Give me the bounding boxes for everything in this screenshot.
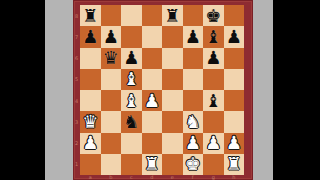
square-b8[interactable]: [101, 5, 122, 26]
piece-white-rook: ♜: [226, 155, 242, 173]
square-a6[interactable]: [80, 48, 101, 69]
square-f4[interactable]: [183, 90, 204, 111]
square-d2[interactable]: [142, 133, 163, 154]
square-g8[interactable]: ♚: [203, 5, 224, 26]
square-g3[interactable]: [203, 111, 224, 132]
piece-white-pawn: ♟: [226, 134, 242, 152]
square-e7[interactable]: [162, 26, 183, 47]
square-b7[interactable]: ♟: [101, 26, 122, 47]
square-d5[interactable]: [142, 69, 163, 90]
square-d7[interactable]: [142, 26, 163, 47]
piece-white-knight: ♞: [185, 112, 201, 130]
square-a7[interactable]: ♟: [80, 26, 101, 47]
piece-black-pawn: ♟: [185, 27, 201, 45]
rank-label-7: 7: [73, 26, 80, 47]
square-a4[interactable]: [80, 90, 101, 111]
square-g1[interactable]: [203, 154, 224, 175]
square-d4[interactable]: ♟: [142, 90, 163, 111]
rank-label-6: 6: [73, 48, 80, 69]
piece-black-pawn: ♟: [123, 49, 139, 67]
piece-white-bishop: ♝: [123, 91, 139, 109]
piece-white-pawn: ♟: [144, 91, 160, 109]
square-h6[interactable]: [224, 48, 245, 69]
square-a3[interactable]: ♛: [80, 111, 101, 132]
square-b1[interactable]: [101, 154, 122, 175]
piece-white-rook: ♜: [144, 155, 160, 173]
piece-black-bishop: ♝: [205, 27, 221, 45]
square-a8[interactable]: ♜: [80, 5, 101, 26]
square-c2[interactable]: [121, 133, 142, 154]
board-frame: 87654321 ♜♜♚♟♟♟♝♟♛♟♟♝♝♟♝♛♞♞♟♟♟♟♜♚♜ abcde…: [73, 0, 253, 180]
file-label-g: g: [203, 175, 224, 180]
square-c6[interactable]: ♟: [121, 48, 142, 69]
square-b6[interactable]: ♛: [101, 48, 122, 69]
square-b4[interactable]: [101, 90, 122, 111]
square-c3[interactable]: ♞: [121, 111, 142, 132]
square-g5[interactable]: [203, 69, 224, 90]
letterbox-right: [273, 0, 320, 180]
square-f1[interactable]: ♚: [183, 154, 204, 175]
square-f7[interactable]: ♟: [183, 26, 204, 47]
square-h5[interactable]: [224, 69, 245, 90]
square-e1[interactable]: [162, 154, 183, 175]
piece-black-pawn: ♟: [226, 27, 242, 45]
piece-black-king: ♚: [205, 6, 221, 24]
piece-black-pawn: ♟: [205, 49, 221, 67]
piece-black-pawn: ♟: [103, 27, 119, 45]
rank-label-4: 4: [73, 90, 80, 111]
file-label-b: b: [101, 175, 122, 180]
square-e8[interactable]: ♜: [162, 5, 183, 26]
square-h1[interactable]: ♜: [224, 154, 245, 175]
square-e2[interactable]: [162, 133, 183, 154]
file-label-h: h: [224, 175, 245, 180]
square-d1[interactable]: ♜: [142, 154, 163, 175]
square-g6[interactable]: ♟: [203, 48, 224, 69]
square-d3[interactable]: [142, 111, 163, 132]
square-e4[interactable]: [162, 90, 183, 111]
piece-white-queen: ♛: [82, 112, 98, 130]
file-label-c: c: [121, 175, 142, 180]
square-h7[interactable]: ♟: [224, 26, 245, 47]
piece-white-bishop: ♝: [123, 70, 139, 88]
square-h4[interactable]: [224, 90, 245, 111]
file-label-f: f: [183, 175, 204, 180]
square-g7[interactable]: ♝: [203, 26, 224, 47]
piece-white-pawn: ♟: [185, 134, 201, 152]
square-h2[interactable]: ♟: [224, 133, 245, 154]
square-b5[interactable]: [101, 69, 122, 90]
square-g2[interactable]: ♟: [203, 133, 224, 154]
square-e3[interactable]: [162, 111, 183, 132]
piece-black-queen: ♛: [103, 49, 119, 67]
piece-black-bishop: ♝: [205, 91, 221, 109]
piece-black-rook: ♜: [164, 6, 180, 24]
square-h3[interactable]: [224, 111, 245, 132]
square-e6[interactable]: [162, 48, 183, 69]
square-b3[interactable]: [101, 111, 122, 132]
rank-label-5: 5: [73, 69, 80, 90]
square-f2[interactable]: ♟: [183, 133, 204, 154]
square-h8[interactable]: [224, 5, 245, 26]
square-c1[interactable]: [121, 154, 142, 175]
piece-black-knight: ♞: [123, 112, 139, 130]
square-a2[interactable]: ♟: [80, 133, 101, 154]
rank-labels: 87654321: [73, 5, 80, 175]
square-e5[interactable]: [162, 69, 183, 90]
rank-label-2: 2: [73, 133, 80, 154]
rank-label-3: 3: [73, 111, 80, 132]
square-c7[interactable]: [121, 26, 142, 47]
square-c5[interactable]: ♝: [121, 69, 142, 90]
video-frame: 87654321 ♜♜♚♟♟♟♝♟♛♟♟♝♝♟♝♛♞♞♟♟♟♟♜♚♜ abcde…: [0, 0, 320, 180]
piece-white-king: ♚: [185, 155, 201, 173]
rank-label-1: 1: [73, 154, 80, 175]
square-b2[interactable]: [101, 133, 122, 154]
piece-white-pawn: ♟: [82, 134, 98, 152]
square-a1[interactable]: [80, 154, 101, 175]
piece-black-rook: ♜: [82, 6, 98, 24]
rank-label-8: 8: [73, 5, 80, 26]
file-label-a: a: [80, 175, 101, 180]
square-d8[interactable]: [142, 5, 163, 26]
letterbox-left: [0, 0, 45, 180]
square-g4[interactable]: ♝: [203, 90, 224, 111]
square-c4[interactable]: ♝: [121, 90, 142, 111]
piece-black-pawn: ♟: [82, 27, 98, 45]
square-a5[interactable]: [80, 69, 101, 90]
square-f6[interactable]: [183, 48, 204, 69]
chessboard: ♜♜♚♟♟♟♝♟♛♟♟♝♝♟♝♛♞♞♟♟♟♟♜♚♜: [80, 5, 244, 175]
piece-white-pawn: ♟: [205, 134, 221, 152]
square-f5[interactable]: [183, 69, 204, 90]
square-f8[interactable]: [183, 5, 204, 26]
file-labels: abcdefgh: [80, 175, 244, 180]
file-label-e: e: [162, 175, 183, 180]
file-label-d: d: [142, 175, 163, 180]
square-c8[interactable]: [121, 5, 142, 26]
square-d6[interactable]: [142, 48, 163, 69]
square-f3[interactable]: ♞: [183, 111, 204, 132]
